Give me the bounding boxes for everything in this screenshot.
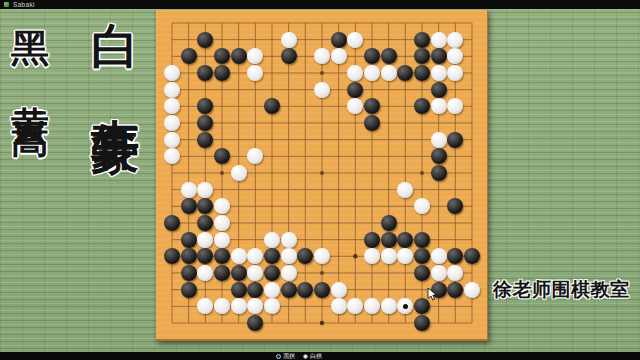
marker-dot [353,254,357,258]
black-stone [414,315,430,331]
white-stone [381,65,397,81]
black-stone [181,265,197,281]
black-stone [381,232,397,248]
white-stone [214,232,230,248]
black-stone [231,265,247,281]
white-stone [164,132,180,148]
white-player-label: 白 李轩豪 [86,22,144,92]
white-stone [431,132,447,148]
last-move-marker [403,304,408,309]
black-stone [181,248,197,264]
white-stone [397,182,413,198]
white-stone [381,248,397,264]
black-player-label: 黑 黄云嵩 [6,28,54,94]
white-stone [197,182,213,198]
black-stone-dot-icon [276,354,281,359]
white-stone [331,298,347,314]
black-stone [181,282,197,298]
white-stone [431,265,447,281]
black-stone [181,198,197,214]
mouse-cursor [427,288,439,301]
white-stone [197,232,213,248]
white-capture-item: 白棋 [303,353,322,359]
black-capture-label: 黑棋 [283,353,295,359]
black-stone [314,282,330,298]
white-stone [281,248,297,264]
white-stone [447,32,463,48]
black-stone [297,282,313,298]
white-capture-label: 白棋 [310,353,322,359]
white-stone [431,98,447,114]
black-stone [414,232,430,248]
black-color-label: 黑 [6,28,54,68]
black-stone [197,32,213,48]
black-stone [181,232,197,248]
black-stone [431,165,447,181]
black-stone [364,115,380,131]
white-stone [281,265,297,281]
marker-dot [320,321,324,325]
black-capture-item: 黑棋 [276,353,295,359]
taskbar: 黑棋 白棋 [0,352,640,360]
white-stone [264,232,280,248]
white-stone [281,32,297,48]
white-stone [464,282,480,298]
white-stone [164,115,180,131]
white-stone [431,248,447,264]
black-stone [281,48,297,64]
black-stone [414,265,430,281]
black-stone [214,65,230,81]
black-stone [364,232,380,248]
white-stone [164,82,180,98]
white-stone [314,82,330,98]
star-point [320,71,324,75]
black-stone [431,82,447,98]
black-stone [447,132,463,148]
black-stone [381,215,397,231]
white-stone [331,48,347,64]
white-color-label: 白 [86,22,144,72]
black-stone [281,282,297,298]
black-stone [397,232,413,248]
capture-legend: 黑棋 白棋 [276,352,322,360]
black-stone [347,82,363,98]
app-icon [4,2,9,7]
black-stone [414,65,430,81]
black-stone [431,48,447,64]
classroom-watermark: 徐老师围棋教室 [493,277,630,303]
black-stone [214,265,230,281]
white-stone [381,298,397,314]
black-stone [164,215,180,231]
white-stone [347,32,363,48]
white-stone [431,32,447,48]
black-stone [431,148,447,164]
white-player-name: 李轩豪 [90,80,140,92]
black-stone [331,32,347,48]
white-stone [214,215,230,231]
star-point [320,171,324,175]
white-stone [164,65,180,81]
black-stone [381,48,397,64]
white-stone [231,248,247,264]
white-stone [264,282,280,298]
white-stone-dot-icon [303,354,308,359]
black-stone [247,282,263,298]
black-stone [447,282,463,298]
black-stone [231,282,247,298]
title-bar: Sabaki [0,0,640,9]
white-stone [331,282,347,298]
white-stone [364,65,380,81]
black-player-name: 黄云嵩 [10,76,50,94]
star-point [320,271,324,275]
window-title: Sabaki [13,1,35,8]
star-point [420,171,424,175]
black-stone [181,48,197,64]
black-stone [414,32,430,48]
star-point [220,171,224,175]
black-stone [264,265,280,281]
white-stone [181,182,197,198]
white-stone [281,232,297,248]
black-stone [231,48,247,64]
black-stone [197,132,213,148]
white-stone [231,165,247,181]
white-stone [231,298,247,314]
white-stone [431,65,447,81]
